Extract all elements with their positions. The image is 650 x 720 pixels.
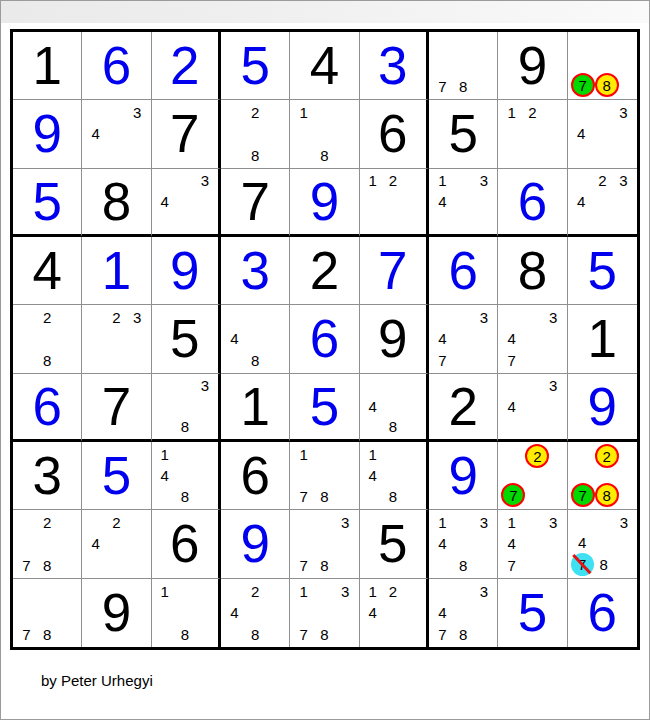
- pencil-slot: [543, 102, 564, 123]
- candidate-digit: 1: [438, 515, 446, 530]
- pencil-slot: [363, 376, 383, 396]
- pencil-slot: [453, 34, 474, 55]
- pencil-slot: [501, 444, 525, 468]
- cell-r3c7[interactable]: 134: [429, 169, 498, 237]
- pencil-slot: 4: [363, 465, 383, 486]
- cell-r9c5[interactable]: 1378: [290, 579, 359, 647]
- pencil-slot: 4: [501, 396, 522, 416]
- pencil-slot: [543, 533, 564, 554]
- pencil-slot: [453, 512, 474, 533]
- pencil-slot: 2: [525, 444, 549, 468]
- pencil-slot: [314, 102, 335, 123]
- pencil-slot: [58, 512, 79, 533]
- cell-r3c2[interactable]: 8: [82, 169, 151, 237]
- pencil-slot: [314, 602, 335, 623]
- pencil-slot: 4: [363, 396, 383, 416]
- pencil-slot: [175, 396, 195, 416]
- pencil-slot: 1: [432, 171, 453, 191]
- cell-r8c1[interactable]: 278: [13, 510, 82, 578]
- pencil-slot: [245, 307, 266, 328]
- pencil-slot: [16, 307, 37, 328]
- pencil-slot: [474, 34, 495, 55]
- pencil-slot: [522, 123, 543, 144]
- pencil-slot: [293, 465, 314, 486]
- cell-r7c4[interactable]: 6: [221, 442, 290, 510]
- cell-r6c5[interactable]: 5: [290, 374, 359, 442]
- pencil-marks: 278: [568, 442, 637, 509]
- pencil-slot: [58, 307, 79, 328]
- cell-r2c8[interactable]: 12: [498, 100, 567, 168]
- candidate-digit: 4: [577, 194, 585, 209]
- pencil-slot: 8: [314, 145, 335, 166]
- cell-r8c9[interactable]: 3478: [568, 510, 637, 578]
- candidate-digit: 8: [459, 79, 467, 94]
- pencil-marks: 18: [152, 579, 218, 647]
- pencil-slot: [85, 350, 106, 371]
- pencil-marks: 24: [82, 510, 150, 577]
- cell-r8c8[interactable]: 1347: [498, 510, 567, 578]
- given-digit: 4: [13, 237, 81, 304]
- pencil-slot: [383, 376, 403, 396]
- candidate-digit: 4: [161, 194, 169, 209]
- pencil-slot: [403, 212, 423, 232]
- candidate-digit: 7: [438, 627, 446, 642]
- pencil-slot: [453, 191, 474, 211]
- candidate-digit: 8: [43, 558, 51, 573]
- pencil-slot: 8: [383, 486, 403, 507]
- pencil-slot: [571, 512, 594, 532]
- cell-r8c6[interactable]: 5: [360, 510, 429, 578]
- pencil-slot: [474, 602, 495, 623]
- candidate-digit: 8: [181, 419, 189, 434]
- cell-r1c3[interactable]: 2: [152, 32, 221, 100]
- pencil-slot: 4: [363, 602, 383, 623]
- given-digit: 5: [152, 305, 218, 372]
- cell-r6c7[interactable]: 2: [429, 374, 498, 442]
- pencil-slot: 2: [595, 444, 619, 468]
- candidate-digit: 1: [369, 173, 377, 188]
- cell-r1c1[interactable]: 1: [13, 32, 82, 100]
- cell-r8c3[interactable]: 6: [152, 510, 221, 578]
- pencil-slot: [85, 328, 106, 349]
- cell-r5c6[interactable]: 9: [360, 305, 429, 373]
- cell-r4c3[interactable]: 9: [152, 237, 221, 305]
- candidate-digit: 8: [181, 489, 189, 504]
- candidate-digit: 3: [133, 310, 141, 325]
- pencil-slot: [266, 328, 287, 349]
- pencil-slot: 4: [501, 533, 522, 554]
- pencil-slot: [474, 350, 495, 371]
- pencil-slot: [85, 145, 106, 166]
- pencil-slot: [224, 350, 245, 371]
- pencil-slot: [474, 212, 495, 232]
- candidate-digit: 4: [369, 399, 377, 414]
- pencil-slot: [195, 417, 215, 437]
- cell-r7c5[interactable]: 178: [290, 442, 359, 510]
- cell-r9c3[interactable]: 18: [152, 579, 221, 647]
- cell-r1c8[interactable]: 9: [498, 32, 567, 100]
- cell-r3c1[interactable]: 5: [13, 169, 82, 237]
- cell-r4c1[interactable]: 4: [13, 237, 82, 305]
- pencil-slot: 2: [37, 512, 58, 533]
- cell-r4c6[interactable]: 7: [360, 237, 429, 305]
- cell-r5c4[interactable]: 48: [221, 305, 290, 373]
- cell-r9c1[interactable]: 78: [13, 579, 82, 647]
- pencil-slot: 7: [16, 624, 37, 645]
- candidate-highlight-green: 7: [501, 483, 525, 507]
- pencil-marks: 27: [498, 442, 566, 509]
- candidate-digit: 2: [43, 310, 51, 325]
- pencil-slot: [155, 624, 175, 645]
- candidate-digit: 8: [181, 627, 189, 642]
- pencil-slot: [245, 328, 266, 349]
- cell-r6c1[interactable]: 6: [13, 374, 82, 442]
- pencil-slot: [106, 533, 127, 554]
- pencil-slot: [37, 602, 58, 623]
- pencil-slot: 2: [37, 307, 58, 328]
- pencil-slot: [335, 123, 356, 144]
- cell-r2c6[interactable]: 6: [360, 100, 429, 168]
- pencil-slot: [85, 512, 106, 533]
- cell-r4c8[interactable]: 8: [498, 237, 567, 305]
- cell-r9c4[interactable]: 248: [221, 579, 290, 647]
- pencil-slot: 2: [522, 102, 543, 123]
- candidate-digit: 8: [602, 488, 610, 503]
- solved-digit: 6: [568, 579, 637, 647]
- pencil-slot: [127, 123, 148, 144]
- candidate-digit: 2: [528, 105, 536, 120]
- pencil-slot: [613, 212, 634, 232]
- cell-r8c2[interactable]: 24: [82, 510, 151, 578]
- cell-r5c1[interactable]: 28: [13, 305, 82, 373]
- candidate-digit: 4: [508, 536, 516, 551]
- solved-digit: 2: [152, 32, 218, 99]
- pencil-slot: [335, 533, 356, 554]
- cell-r6c2[interactable]: 7: [82, 374, 151, 442]
- cell-r8c7[interactable]: 1348: [429, 510, 498, 578]
- cell-r6c4[interactable]: 1: [221, 374, 290, 442]
- cell-r1c5[interactable]: 4: [290, 32, 359, 100]
- pencil-slot: [613, 145, 634, 166]
- pencil-slot: 4: [432, 602, 453, 623]
- pencil-marks: 234: [568, 169, 637, 234]
- pencil-slot: 4: [501, 328, 522, 349]
- cell-r5c7[interactable]: 347: [429, 305, 498, 373]
- cell-r8c4[interactable]: 9: [221, 510, 290, 578]
- pencil-slot: 8: [37, 350, 58, 371]
- pencil-slot: 8: [594, 553, 614, 576]
- pencil-slot: [195, 444, 215, 465]
- pencil-slot: [432, 307, 453, 328]
- cell-r5c5[interactable]: 6: [290, 305, 359, 373]
- candidate-digit: 3: [549, 378, 557, 393]
- pencil-slot: 8: [453, 76, 474, 97]
- pencil-slot: [293, 123, 314, 144]
- pencil-slot: [403, 444, 423, 465]
- candidate-digit: 4: [577, 126, 585, 141]
- pencil-slot: [501, 145, 522, 166]
- candidate-digit: 3: [341, 584, 349, 599]
- pencil-slot: [224, 307, 245, 328]
- pencil-slot: 8: [595, 73, 619, 97]
- pencil-slot: [195, 396, 215, 416]
- pencil-slot: 3: [474, 581, 495, 602]
- solved-digit: 5: [290, 374, 358, 439]
- pencil-slot: [619, 34, 634, 54]
- cell-r3c6[interactable]: 12: [360, 169, 429, 237]
- pencil-slot: [195, 191, 215, 211]
- pencil-slot: 8: [453, 624, 474, 645]
- pencil-slot: [37, 328, 58, 349]
- pencil-slot: [549, 444, 563, 468]
- pencil-slot: [175, 171, 195, 191]
- pencil-slot: 7: [16, 555, 37, 576]
- candidate-digit: 3: [133, 105, 141, 120]
- cell-r9c2[interactable]: 9: [82, 579, 151, 647]
- pencil-slot: [335, 486, 356, 507]
- cell-r7c8[interactable]: 27: [498, 442, 567, 510]
- pencil-marks: 3478: [568, 510, 637, 577]
- candidate-digit: 3: [480, 310, 488, 325]
- pencil-slot: [522, 417, 543, 437]
- pencil-slot: [571, 444, 595, 468]
- pencil-slot: [453, 212, 474, 232]
- candidate-digit: 3: [480, 584, 488, 599]
- pencil-slot: 2: [383, 581, 403, 602]
- pencil-slot: [619, 54, 634, 74]
- pencil-slot: [363, 212, 383, 232]
- pencil-slot: [335, 145, 356, 166]
- pencil-slot: [16, 602, 37, 623]
- cell-r3c5[interactable]: 9: [290, 169, 359, 237]
- candidate-digit: 4: [438, 331, 446, 346]
- cell-r5c9[interactable]: 1: [568, 305, 637, 373]
- cell-r1c7[interactable]: 78: [429, 32, 498, 100]
- pencil-slot: [543, 328, 564, 349]
- pencil-slot: [106, 145, 127, 166]
- pencil-slot: [592, 212, 613, 232]
- cell-r9c8[interactable]: 5: [498, 579, 567, 647]
- cell-r7c9[interactable]: 278: [568, 442, 637, 510]
- pencil-slot: [224, 581, 245, 602]
- pencil-slot: [266, 102, 287, 123]
- cell-r6c8[interactable]: 34: [498, 374, 567, 442]
- pencil-slot: 2: [245, 102, 266, 123]
- cell-r7c7[interactable]: 9: [429, 442, 498, 510]
- pencil-marks: 1378: [290, 579, 358, 647]
- pencil-slot: [314, 533, 335, 554]
- pencil-slot: [16, 328, 37, 349]
- pencil-slot: [474, 76, 495, 97]
- pencil-slot: [175, 465, 195, 486]
- candidate-digit: 1: [369, 584, 377, 599]
- cell-r3c9[interactable]: 234: [568, 169, 637, 237]
- pencil-marks: 18: [290, 100, 358, 167]
- pencil-slot: [453, 350, 474, 371]
- candidate-digit: 2: [389, 584, 397, 599]
- cell-r9c9[interactable]: 6: [568, 579, 637, 647]
- pencil-slot: [501, 468, 525, 483]
- pencil-slot: [314, 444, 335, 465]
- given-digit: 1: [13, 32, 81, 99]
- pencil-slot: [595, 54, 619, 74]
- cell-r4c2[interactable]: 1: [82, 237, 151, 305]
- pencil-slot: 3: [474, 171, 495, 191]
- cell-r5c3[interactable]: 5: [152, 305, 221, 373]
- candidate-digit: 7: [438, 353, 446, 368]
- candidate-digit: 8: [389, 489, 397, 504]
- pencil-marks: 23: [82, 305, 150, 372]
- cell-r6c9[interactable]: 9: [568, 374, 637, 442]
- solved-digit: 6: [82, 32, 150, 99]
- cell-r3c3[interactable]: 34: [152, 169, 221, 237]
- pencil-slot: [335, 444, 356, 465]
- cell-r6c6[interactable]: 48: [360, 374, 429, 442]
- cell-r1c9[interactable]: 78: [568, 32, 637, 100]
- solved-digit: 7: [360, 237, 426, 304]
- pencil-slot: 8: [314, 486, 335, 507]
- pencil-slot: 4: [155, 191, 175, 211]
- pencil-slot: [522, 376, 543, 396]
- cell-r2c4[interactable]: 28: [221, 100, 290, 168]
- cell-r5c8[interactable]: 347: [498, 305, 567, 373]
- pencil-slot: [383, 624, 403, 645]
- cell-r2c5[interactable]: 18: [290, 100, 359, 168]
- pencil-slot: 3: [195, 171, 215, 191]
- pencil-marks: 38: [152, 374, 218, 439]
- pencil-slot: [335, 465, 356, 486]
- candidate-digit: 1: [508, 515, 516, 530]
- pencil-slot: [474, 191, 495, 211]
- cell-r4c5[interactable]: 2: [290, 237, 359, 305]
- solved-digit: 9: [221, 510, 289, 577]
- candidate-digit: 3: [620, 515, 628, 530]
- pencil-slot: 4: [571, 191, 592, 211]
- pencil-slot: [383, 444, 403, 465]
- cell-r1c6[interactable]: 3: [360, 32, 429, 100]
- pencil-slot: 3: [335, 512, 356, 533]
- cell-r5c2[interactable]: 23: [82, 305, 151, 373]
- pencil-slot: 7: [293, 486, 314, 507]
- given-digit: 2: [429, 374, 497, 439]
- pencil-slot: 8: [37, 624, 58, 645]
- pencil-slot: [266, 602, 287, 623]
- cell-r2c1[interactable]: 9: [13, 100, 82, 168]
- candidate-digit: 2: [598, 173, 606, 188]
- pencil-slot: [363, 486, 383, 507]
- pencil-slot: [403, 624, 423, 645]
- solved-digit: 5: [498, 579, 566, 647]
- pencil-slot: [314, 581, 335, 602]
- pencil-slot: [383, 602, 403, 623]
- cell-r3c8[interactable]: 6: [498, 169, 567, 237]
- cell-r3c4[interactable]: 7: [221, 169, 290, 237]
- candidate-digit: 4: [508, 331, 516, 346]
- pencil-slot: [16, 512, 37, 533]
- cell-r2c9[interactable]: 34: [568, 100, 637, 168]
- cell-r7c3[interactable]: 148: [152, 442, 221, 510]
- pencil-slot: [501, 376, 522, 396]
- candidate-digit: 8: [320, 627, 328, 642]
- cell-r4c7[interactable]: 6: [429, 237, 498, 305]
- window-top-strip: [1, 1, 649, 23]
- pencil-slot: [592, 145, 613, 166]
- cell-r7c2[interactable]: 5: [82, 442, 151, 510]
- pencil-marks: 378: [290, 510, 358, 577]
- candidate-digit: 2: [602, 449, 610, 464]
- pencil-slot: 8: [245, 145, 266, 166]
- given-digit: 6: [221, 442, 289, 509]
- pencil-slot: [195, 465, 215, 486]
- candidate-digit: 7: [578, 78, 586, 93]
- candidate-digit: 1: [508, 105, 516, 120]
- pencil-slot: [614, 532, 634, 552]
- pencil-slot: [155, 212, 175, 232]
- candidate-digit: 7: [508, 558, 516, 573]
- solved-digit: 6: [498, 169, 566, 234]
- cell-r2c7[interactable]: 5: [429, 100, 498, 168]
- pencil-slot: 3: [543, 307, 564, 328]
- pencil-slot: [613, 191, 634, 211]
- pencil-slot: [293, 602, 314, 623]
- solved-digit: 9: [13, 100, 81, 167]
- pencil-slot: 8: [37, 555, 58, 576]
- cell-r6c3[interactable]: 38: [152, 374, 221, 442]
- pencil-slot: [383, 396, 403, 416]
- pencil-slot: [266, 581, 287, 602]
- pencil-slot: [403, 191, 423, 211]
- cell-r8c5[interactable]: 378: [290, 510, 359, 578]
- pencil-slot: [594, 532, 614, 552]
- pencil-slot: 7: [501, 350, 522, 371]
- pencil-slot: 7: [501, 555, 522, 576]
- pencil-slot: 1: [363, 581, 383, 602]
- cell-r2c2[interactable]: 34: [82, 100, 151, 168]
- cell-r9c7[interactable]: 3478: [429, 579, 498, 647]
- pencil-slot: 3: [127, 307, 148, 328]
- candidate-digit: 3: [480, 173, 488, 188]
- pencil-slot: 1: [363, 171, 383, 191]
- cell-r4c4[interactable]: 3: [221, 237, 290, 305]
- candidate-digit: 4: [438, 194, 446, 209]
- cell-r1c2[interactable]: 6: [82, 32, 151, 100]
- pencil-marks: 34: [568, 100, 637, 167]
- pencil-slot: 1: [293, 444, 314, 465]
- cell-r1c4[interactable]: 5: [221, 32, 290, 100]
- pencil-slot: 2: [106, 307, 127, 328]
- pencil-slot: 1: [363, 444, 383, 465]
- cell-r4c9[interactable]: 5: [568, 237, 637, 305]
- solved-digit: 6: [429, 237, 497, 304]
- pencil-slot: [543, 555, 564, 576]
- pencil-marks: 34: [152, 169, 218, 234]
- solved-digit: 5: [568, 237, 637, 304]
- pencil-slot: 1: [155, 581, 175, 602]
- pencil-slot: [16, 581, 37, 602]
- cell-r9c6[interactable]: 124: [360, 579, 429, 647]
- given-digit: 6: [152, 510, 218, 577]
- given-digit: 3: [13, 442, 81, 509]
- cell-r2c3[interactable]: 7: [152, 100, 221, 168]
- given-digit: 5: [429, 100, 497, 167]
- pencil-slot: [106, 123, 127, 144]
- pencil-slot: 1: [155, 444, 175, 465]
- cell-r7c1[interactable]: 3: [13, 442, 82, 510]
- cell-r7c6[interactable]: 148: [360, 442, 429, 510]
- pencil-slot: [432, 555, 453, 576]
- pencil-slot: 8: [595, 483, 619, 507]
- candidate-digit: 4: [161, 468, 169, 483]
